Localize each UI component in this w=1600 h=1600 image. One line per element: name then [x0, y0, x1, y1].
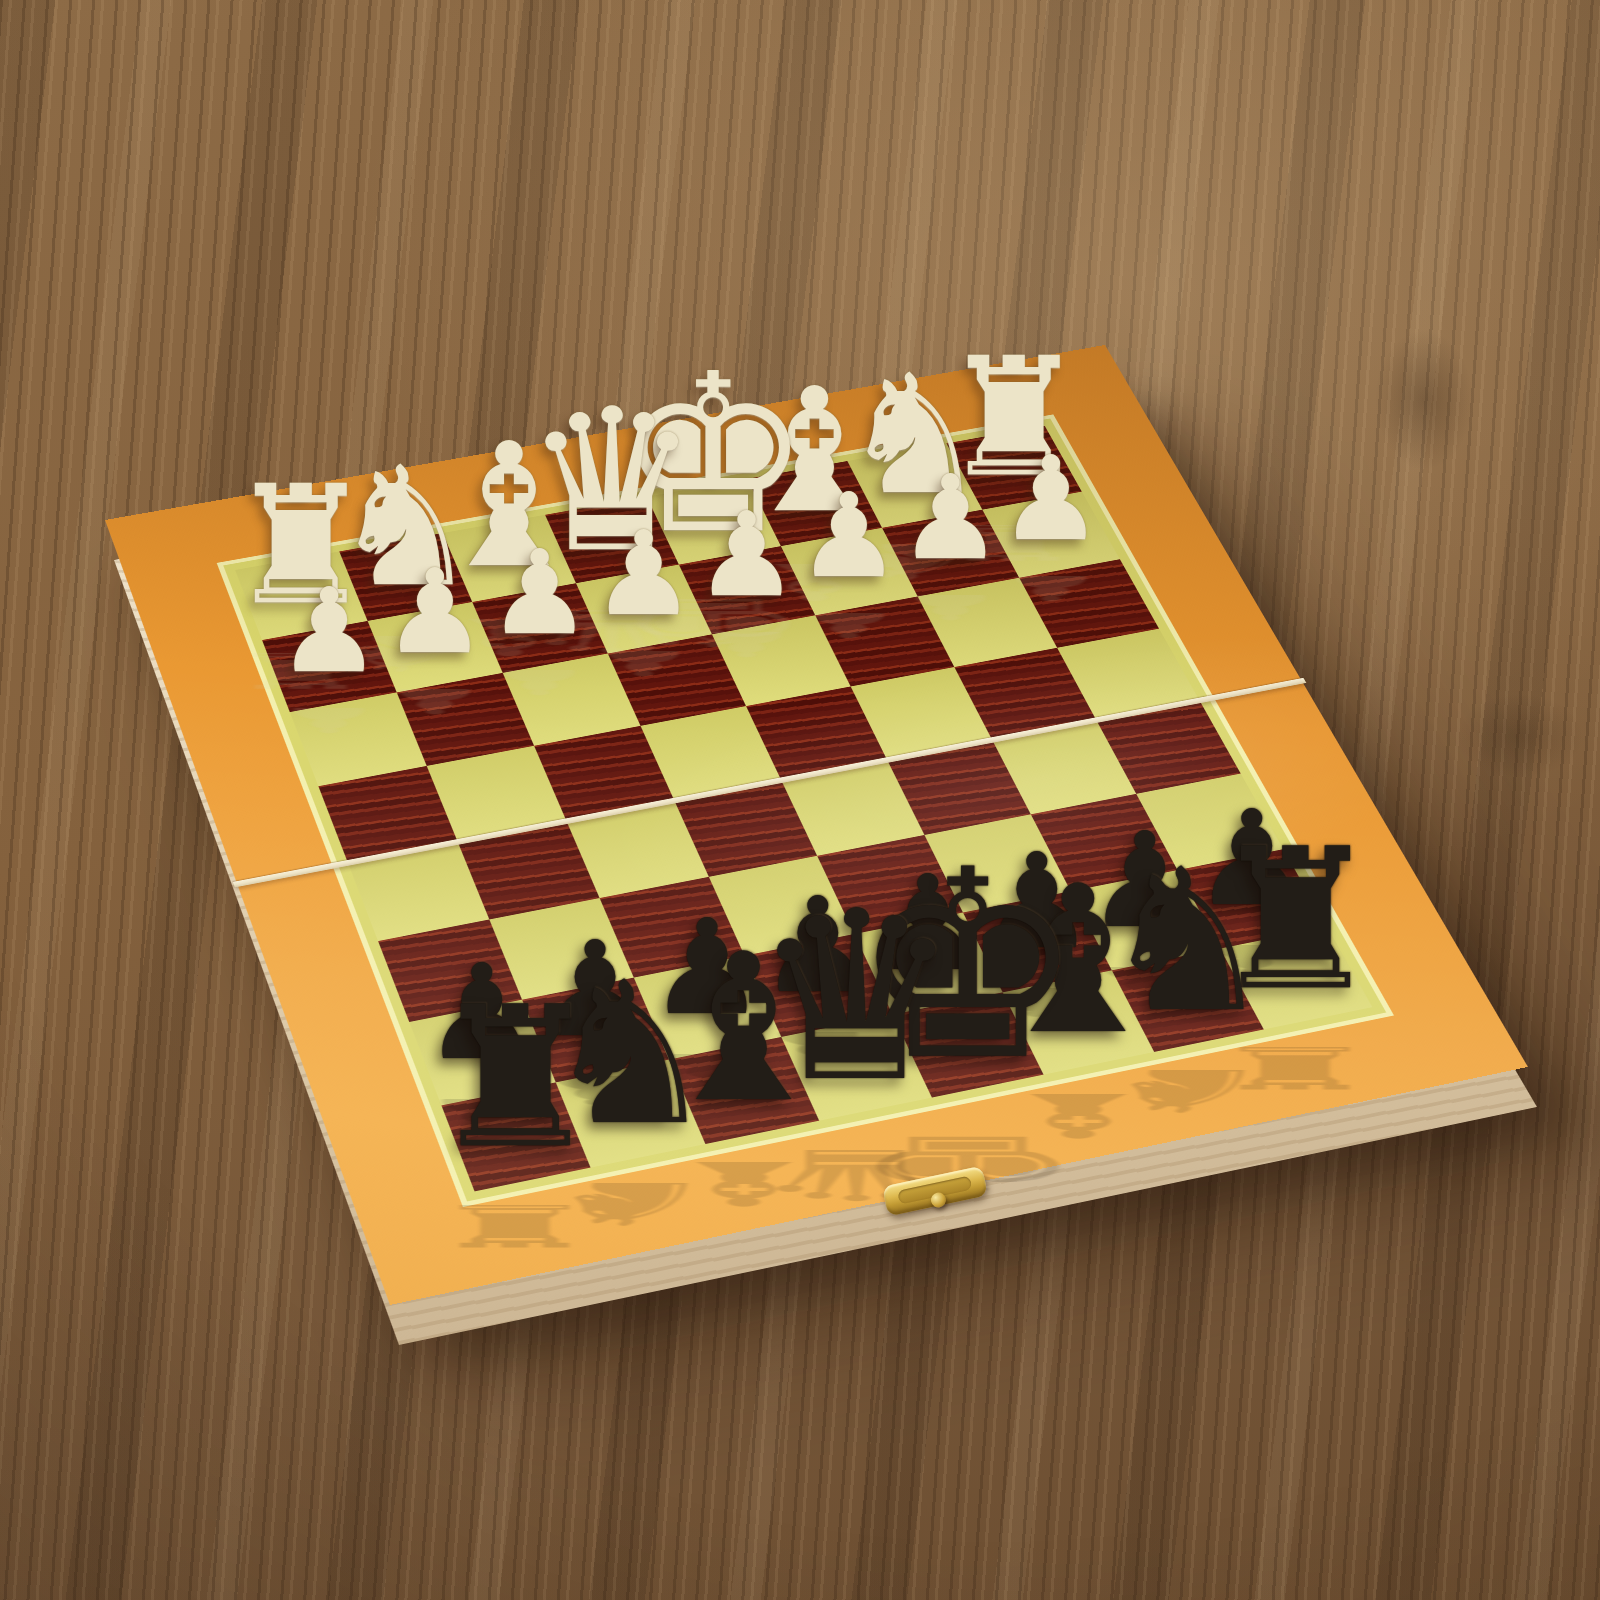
product-photo-scene: ♜♜♞♞♝♝♛♛♚♚♝♝♞♞♜♜♟♟♟♟♟♟♟♟♟♟♟♟♟♟♟♟♟♟♟♟♟♟♟♟… [0, 0, 1600, 1600]
